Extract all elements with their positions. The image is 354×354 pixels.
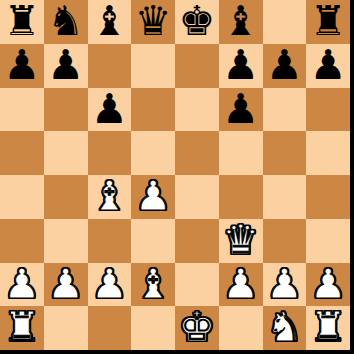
square-g5[interactable]: [263, 131, 307, 175]
square-e3[interactable]: [175, 219, 219, 263]
square-g3[interactable]: [263, 219, 307, 263]
square-f1[interactable]: [219, 306, 263, 350]
square-a5[interactable]: [0, 131, 44, 175]
white-bishop[interactable]: ♝: [135, 263, 172, 307]
white-pawn[interactable]: ♟: [47, 263, 84, 307]
square-e7[interactable]: [175, 44, 219, 88]
square-c7[interactable]: [88, 44, 132, 88]
black-bishop[interactable]: ♝: [222, 0, 259, 44]
square-f6[interactable]: ♟: [219, 88, 263, 132]
white-pawn[interactable]: ♟: [222, 263, 259, 307]
square-h2[interactable]: ♟: [306, 263, 350, 307]
black-pawn[interactable]: ♟: [3, 44, 40, 88]
white-king[interactable]: ♚: [178, 306, 215, 350]
square-c1[interactable]: [88, 306, 132, 350]
square-a1[interactable]: ♜: [0, 306, 44, 350]
square-h8[interactable]: ♜: [306, 0, 350, 44]
square-g6[interactable]: [263, 88, 307, 132]
white-pawn[interactable]: ♟: [135, 175, 172, 219]
square-c4[interactable]: ♝: [88, 175, 132, 219]
white-bishop[interactable]: ♝: [91, 175, 128, 219]
square-b2[interactable]: ♟: [44, 263, 88, 307]
white-queen[interactable]: ♛: [222, 219, 259, 263]
black-rook[interactable]: ♜: [3, 0, 40, 44]
square-b7[interactable]: ♟: [44, 44, 88, 88]
white-pawn[interactable]: ♟: [91, 263, 128, 307]
black-king[interactable]: ♚: [178, 0, 215, 44]
square-e1[interactable]: ♚: [175, 306, 219, 350]
white-rook[interactable]: ♜: [310, 306, 347, 350]
square-f7[interactable]: ♟: [219, 44, 263, 88]
square-h4[interactable]: [306, 175, 350, 219]
square-h6[interactable]: [306, 88, 350, 132]
square-a4[interactable]: [0, 175, 44, 219]
square-b3[interactable]: [44, 219, 88, 263]
square-e2[interactable]: [175, 263, 219, 307]
square-h3[interactable]: [306, 219, 350, 263]
square-b8[interactable]: ♞: [44, 0, 88, 44]
square-e5[interactable]: [175, 131, 219, 175]
square-d6[interactable]: [131, 88, 175, 132]
square-d3[interactable]: [131, 219, 175, 263]
square-b6[interactable]: [44, 88, 88, 132]
black-queen[interactable]: ♛: [135, 0, 172, 44]
black-pawn[interactable]: ♟: [266, 44, 303, 88]
square-g4[interactable]: [263, 175, 307, 219]
square-g1[interactable]: ♞: [263, 306, 307, 350]
square-d7[interactable]: [131, 44, 175, 88]
square-a2[interactable]: ♟: [0, 263, 44, 307]
square-h1[interactable]: ♜: [306, 306, 350, 350]
square-h7[interactable]: ♟: [306, 44, 350, 88]
black-pawn[interactable]: ♟: [47, 44, 84, 88]
black-knight[interactable]: ♞: [47, 0, 84, 44]
square-c3[interactable]: [88, 219, 132, 263]
square-e8[interactable]: ♚: [175, 0, 219, 44]
square-d2[interactable]: ♝: [131, 263, 175, 307]
white-pawn[interactable]: ♟: [310, 263, 347, 307]
square-e4[interactable]: [175, 175, 219, 219]
square-d1[interactable]: [131, 306, 175, 350]
square-g2[interactable]: ♟: [263, 263, 307, 307]
square-f8[interactable]: ♝: [219, 0, 263, 44]
square-a6[interactable]: [0, 88, 44, 132]
square-a7[interactable]: ♟: [0, 44, 44, 88]
black-rook[interactable]: ♜: [310, 0, 347, 44]
square-e6[interactable]: [175, 88, 219, 132]
square-g8[interactable]: [263, 0, 307, 44]
square-c5[interactable]: [88, 131, 132, 175]
black-pawn[interactable]: ♟: [222, 44, 259, 88]
white-pawn[interactable]: ♟: [3, 263, 40, 307]
black-pawn[interactable]: ♟: [310, 44, 347, 88]
black-pawn[interactable]: ♟: [91, 88, 128, 132]
square-c6[interactable]: ♟: [88, 88, 132, 132]
square-f4[interactable]: [219, 175, 263, 219]
black-bishop[interactable]: ♝: [91, 0, 128, 44]
square-a3[interactable]: [0, 219, 44, 263]
white-knight[interactable]: ♞: [266, 306, 303, 350]
square-c2[interactable]: ♟: [88, 263, 132, 307]
square-h5[interactable]: [306, 131, 350, 175]
square-d8[interactable]: ♛: [131, 0, 175, 44]
square-a8[interactable]: ♜: [0, 0, 44, 44]
square-f2[interactable]: ♟: [219, 263, 263, 307]
black-pawn[interactable]: ♟: [222, 88, 259, 132]
square-d4[interactable]: ♟: [131, 175, 175, 219]
chess-board: ♜♞♝♛♚♝♜♟♟♟♟♟♟♟♝♟♛♟♟♟♝♟♟♟♜♚♞♜: [0, 0, 350, 350]
square-f3[interactable]: ♛: [219, 219, 263, 263]
square-b5[interactable]: [44, 131, 88, 175]
square-f5[interactable]: [219, 131, 263, 175]
square-b4[interactable]: [44, 175, 88, 219]
square-b1[interactable]: [44, 306, 88, 350]
square-c8[interactable]: ♝: [88, 0, 132, 44]
white-rook[interactable]: ♜: [3, 306, 40, 350]
board-frame: ♜♞♝♛♚♝♜♟♟♟♟♟♟♟♝♟♛♟♟♟♝♟♟♟♜♚♞♜: [0, 0, 354, 354]
white-pawn[interactable]: ♟: [266, 263, 303, 307]
square-d5[interactable]: [131, 131, 175, 175]
square-g7[interactable]: ♟: [263, 44, 307, 88]
